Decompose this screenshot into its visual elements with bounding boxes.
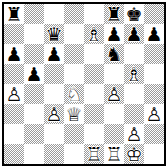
square-h4[interactable] — [144, 84, 164, 104]
black-rook-icon: ♜♜ — [104, 4, 124, 24]
square-b8[interactable] — [24, 4, 44, 24]
white-bishop-icon: ♝♗ — [124, 64, 144, 84]
square-g7[interactable]: ♟♟ — [124, 24, 144, 44]
square-f8[interactable]: ♜♜ — [104, 4, 124, 24]
square-f7[interactable]: ♟♟ — [104, 24, 124, 44]
black-pawn-icon: ♟♟ — [4, 44, 24, 64]
black-pawn-icon: ♟♟ — [24, 64, 44, 84]
square-f5[interactable] — [104, 64, 124, 84]
square-c2[interactable] — [44, 124, 64, 144]
square-e7[interactable]: ♝♗ — [84, 24, 104, 44]
square-b1[interactable] — [24, 144, 44, 164]
square-b5[interactable]: ♟♟ — [24, 64, 44, 84]
square-g3[interactable] — [124, 104, 144, 124]
square-d2[interactable] — [64, 124, 84, 144]
white-pawn-icon: ♟♙ — [44, 104, 64, 124]
black-pawn-icon: ♟♟ — [104, 24, 124, 44]
square-c5[interactable] — [44, 64, 64, 84]
chess-diagram-screenshot: { "game": "chess", "position": { "fen": … — [0, 0, 168, 168]
white-queen-icon: ♛♕ — [64, 104, 84, 124]
square-d7[interactable] — [64, 24, 84, 44]
square-g8[interactable]: ♚♚ — [124, 4, 144, 24]
square-h3[interactable]: ♟♙ — [144, 104, 164, 124]
square-h2[interactable] — [144, 124, 164, 144]
square-b3[interactable] — [24, 104, 44, 124]
black-pawn-icon: ♟♟ — [144, 24, 164, 44]
square-a1[interactable] — [4, 144, 24, 164]
square-g6[interactable] — [124, 44, 144, 64]
square-h7[interactable]: ♟♟ — [144, 24, 164, 44]
square-f2[interactable] — [104, 124, 124, 144]
square-e1[interactable]: ♜♖ — [84, 144, 104, 164]
square-f1[interactable]: ♜♖ — [104, 144, 124, 164]
square-h6[interactable] — [144, 44, 164, 64]
square-b7[interactable] — [24, 24, 44, 44]
square-g5[interactable]: ♝♗ — [124, 64, 144, 84]
square-b6[interactable] — [24, 44, 44, 64]
black-king-icon: ♚♚ — [124, 4, 144, 24]
square-g4[interactable] — [124, 84, 144, 104]
square-c6[interactable]: ♟♟ — [44, 44, 64, 64]
square-d5[interactable] — [64, 64, 84, 84]
square-f6[interactable]: ♞♞ — [104, 44, 124, 64]
square-d4[interactable]: ♞♘ — [64, 84, 84, 104]
square-b2[interactable] — [24, 124, 44, 144]
black-pawn-icon: ♟♟ — [124, 24, 144, 44]
black-knight-icon: ♞♞ — [104, 44, 124, 64]
square-e8[interactable] — [84, 4, 104, 24]
square-f4[interactable]: ♟♙ — [104, 84, 124, 104]
square-e2[interactable] — [84, 124, 104, 144]
square-a7[interactable] — [4, 24, 24, 44]
square-e5[interactable] — [84, 64, 104, 84]
square-f3[interactable] — [104, 104, 124, 124]
square-c3[interactable]: ♟♙ — [44, 104, 64, 124]
square-d1[interactable] — [64, 144, 84, 164]
square-c4[interactable] — [44, 84, 64, 104]
white-rook-icon: ♜♖ — [84, 144, 104, 164]
white-pawn-icon: ♟♙ — [4, 84, 24, 104]
white-bishop-icon: ♝♗ — [84, 24, 104, 44]
square-h5[interactable] — [144, 64, 164, 84]
board-frame: ♜♜♜♜♚♚♛♛♝♗♟♟♟♟♟♟♟♟♟♟♞♞♟♟♝♗♟♙♞♘♟♙♟♙♛♕♟♙♟♙… — [2, 2, 166, 166]
square-h1[interactable] — [144, 144, 164, 164]
chess-board: ♜♜♜♜♚♚♛♛♝♗♟♟♟♟♟♟♟♟♟♟♞♞♟♟♝♗♟♙♞♘♟♙♟♙♛♕♟♙♟♙… — [4, 4, 164, 164]
square-e6[interactable] — [84, 44, 104, 64]
square-e4[interactable] — [84, 84, 104, 104]
white-pawn-icon: ♟♙ — [104, 84, 124, 104]
square-g1[interactable]: ♚♔ — [124, 144, 144, 164]
black-queen-icon: ♛♛ — [44, 24, 64, 44]
square-g2[interactable]: ♟♙ — [124, 124, 144, 144]
square-a4[interactable]: ♟♙ — [4, 84, 24, 104]
white-pawn-icon: ♟♙ — [124, 124, 144, 144]
square-h8[interactable] — [144, 4, 164, 24]
square-b4[interactable] — [24, 84, 44, 104]
white-knight-icon: ♞♘ — [64, 84, 84, 104]
white-pawn-icon: ♟♙ — [144, 104, 164, 124]
square-d8[interactable] — [64, 4, 84, 24]
black-pawn-icon: ♟♟ — [44, 44, 64, 64]
square-c8[interactable] — [44, 4, 64, 24]
square-a8[interactable]: ♜♜ — [4, 4, 24, 24]
white-rook-icon: ♜♖ — [104, 144, 124, 164]
square-d3[interactable]: ♛♕ — [64, 104, 84, 124]
black-rook-icon: ♜♜ — [4, 4, 24, 24]
square-a3[interactable] — [4, 104, 24, 124]
square-c1[interactable] — [44, 144, 64, 164]
white-king-icon: ♚♔ — [124, 144, 144, 164]
square-c7[interactable]: ♛♛ — [44, 24, 64, 44]
square-a5[interactable] — [4, 64, 24, 84]
square-d6[interactable] — [64, 44, 84, 64]
square-a2[interactable] — [4, 124, 24, 144]
square-a6[interactable]: ♟♟ — [4, 44, 24, 64]
square-e3[interactable] — [84, 104, 104, 124]
